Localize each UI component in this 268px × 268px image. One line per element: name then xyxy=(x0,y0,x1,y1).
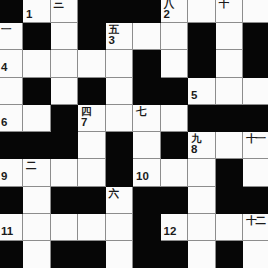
clue-stack: 一 xyxy=(1,24,11,35)
cell-r3c9[interactable] xyxy=(216,50,244,77)
clue-arabic-number: 5 xyxy=(191,90,197,101)
clue-arabic-number: 4 xyxy=(1,62,7,73)
clue-arabic-number: 9 xyxy=(1,171,7,182)
clue-stack: 4 xyxy=(1,51,7,73)
cell-r4c3[interactable] xyxy=(51,78,79,105)
clue-stack: 11 xyxy=(1,215,13,237)
clue-kanji-number: 三 xyxy=(54,0,64,9)
cell-r9c8[interactable] xyxy=(188,214,216,241)
clue-arabic-number: 11 xyxy=(1,226,13,237)
cell-r1c7[interactable]: 八2 xyxy=(161,0,189,23)
clue-stack: 5 xyxy=(191,79,197,101)
cell-r6c10[interactable]: 十一 xyxy=(243,132,268,159)
cell-r5c6[interactable]: 七 xyxy=(133,105,161,132)
cell-r7c8[interactable] xyxy=(188,159,216,186)
clue-stack: 三 xyxy=(54,0,64,9)
cell-r1c8[interactable] xyxy=(188,0,216,23)
cell-r9c3[interactable] xyxy=(51,214,79,241)
block-cell-r8c10 xyxy=(243,187,268,214)
block-cell-r6c2 xyxy=(23,132,51,159)
cell-r6c8[interactable]: 九8 xyxy=(188,132,216,159)
clue-arabic-number: 3 xyxy=(109,35,115,46)
crossword-grid: 1三八2十一五3456四7七九8十一9二10六1112十二 xyxy=(0,0,268,268)
clue-stack: 六 xyxy=(109,188,119,199)
cell-r6c4[interactable] xyxy=(78,132,106,159)
block-cell-r9c6 xyxy=(133,214,161,241)
block-cell-r10c9 xyxy=(216,241,244,268)
cell-r7c7[interactable] xyxy=(161,159,189,186)
block-cell-r2c2 xyxy=(23,23,51,50)
cell-r10c10[interactable] xyxy=(243,241,268,268)
cell-r4c10[interactable] xyxy=(243,78,268,105)
clue-arabic-number: 8 xyxy=(191,144,197,155)
clue-stack: 二 xyxy=(26,160,36,171)
cell-r7c3[interactable] xyxy=(51,159,79,186)
cell-r1c9[interactable]: 十 xyxy=(216,0,244,23)
cell-r3c4[interactable] xyxy=(78,50,106,77)
block-cell-r5c9 xyxy=(216,105,244,132)
cell-r9c1[interactable]: 11 xyxy=(0,214,23,241)
clue-stack: 九8 xyxy=(191,133,201,155)
cell-r7c1[interactable]: 9 xyxy=(0,159,23,186)
block-cell-r10c4 xyxy=(78,241,106,268)
block-cell-r1c5 xyxy=(106,0,134,23)
block-cell-r8c1 xyxy=(0,187,23,214)
clue-kanji-number: 一 xyxy=(1,24,11,35)
block-cell-r2c8 xyxy=(188,23,216,50)
clue-stack: 七 xyxy=(136,106,146,117)
block-cell-r5c10 xyxy=(243,105,268,132)
block-cell-r7c5 xyxy=(106,159,134,186)
block-cell-r2c10 xyxy=(243,23,268,50)
cell-r4c8[interactable]: 5 xyxy=(188,78,216,105)
block-cell-r1c6 xyxy=(133,0,161,23)
cell-r4c1[interactable] xyxy=(0,78,23,105)
block-cell-r10c6 xyxy=(133,241,161,268)
cell-r3c2[interactable] xyxy=(23,50,51,77)
cell-r5c5[interactable] xyxy=(106,105,134,132)
block-cell-r1c4 xyxy=(78,0,106,23)
clue-stack: 四7 xyxy=(81,106,91,128)
block-cell-r5c3 xyxy=(51,105,79,132)
cell-r8c8[interactable] xyxy=(188,187,216,214)
clue-kanji-number: 十一 xyxy=(246,133,265,144)
clue-arabic-number: 12 xyxy=(164,226,177,237)
cell-r10c8[interactable] xyxy=(188,241,216,268)
block-cell-r8c9 xyxy=(216,187,244,214)
block-cell-r4c4 xyxy=(78,78,106,105)
block-cell-r5c8 xyxy=(188,105,216,132)
clue-stack: 9 xyxy=(1,160,7,182)
cell-r2c3[interactable] xyxy=(51,23,79,50)
block-cell-r6c5 xyxy=(106,132,134,159)
cell-r3c1[interactable]: 4 xyxy=(0,50,23,77)
cell-r5c4[interactable]: 四7 xyxy=(78,105,106,132)
cell-r2c1[interactable]: 一 xyxy=(0,23,23,50)
clue-stack: 10 xyxy=(136,160,149,182)
cell-r7c6[interactable]: 10 xyxy=(133,159,161,186)
cell-r8c2[interactable] xyxy=(23,187,51,214)
clue-stack: 1 xyxy=(26,0,32,20)
block-cell-r10c1 xyxy=(0,241,23,268)
clue-kanji-number: 二 xyxy=(26,160,36,171)
block-cell-r8c3 xyxy=(51,187,79,214)
clue-stack: 12 xyxy=(164,215,177,237)
clue-stack: 6 xyxy=(1,106,7,128)
clue-arabic-number: 6 xyxy=(1,117,7,128)
cell-r5c2[interactable] xyxy=(23,105,51,132)
cell-r9c7[interactable]: 12 xyxy=(161,214,189,241)
cell-r9c2[interactable] xyxy=(23,214,51,241)
clue-arabic-number: 10 xyxy=(136,171,149,182)
cell-r5c7[interactable] xyxy=(161,105,189,132)
cell-r3c7[interactable] xyxy=(161,50,189,77)
cell-r2c5[interactable]: 五3 xyxy=(106,23,134,50)
cell-r3c5[interactable] xyxy=(106,50,134,77)
cell-r10c5[interactable] xyxy=(106,241,134,268)
block-cell-r8c6 xyxy=(133,187,161,214)
block-cell-r8c4 xyxy=(78,187,106,214)
block-cell-r3c6 xyxy=(133,50,161,77)
cell-r2c6[interactable] xyxy=(133,23,161,50)
block-cell-r3c8 xyxy=(188,50,216,77)
clue-stack: 五3 xyxy=(109,24,119,46)
cell-r6c9[interactable] xyxy=(216,132,244,159)
cell-r1c3[interactable]: 三 xyxy=(51,0,79,23)
block-cell-r7c9 xyxy=(216,159,244,186)
cell-r7c2[interactable]: 二 xyxy=(23,159,51,186)
cell-r7c4[interactable] xyxy=(78,159,106,186)
cell-r5c1[interactable]: 6 xyxy=(0,105,23,132)
block-cell-r10c7 xyxy=(161,241,189,268)
block-cell-r6c7 xyxy=(161,132,189,159)
cell-r8c5[interactable]: 六 xyxy=(106,187,134,214)
cell-r2c9[interactable] xyxy=(216,23,244,50)
clue-kanji-number: 七 xyxy=(136,106,146,117)
cell-r4c5[interactable] xyxy=(106,78,134,105)
block-cell-r4c2 xyxy=(23,78,51,105)
block-cell-r10c3 xyxy=(51,241,79,268)
block-cell-r6c3 xyxy=(51,132,79,159)
block-cell-r1c1 xyxy=(0,0,23,23)
block-cell-r2c4 xyxy=(78,23,106,50)
cell-r7c10[interactable] xyxy=(243,159,268,186)
block-cell-r8c7 xyxy=(161,187,189,214)
cell-r10c2[interactable] xyxy=(23,241,51,268)
cell-r9c5[interactable] xyxy=(106,214,134,241)
clue-arabic-number: 7 xyxy=(81,117,87,128)
cell-r4c9[interactable] xyxy=(216,78,244,105)
clue-stack: 十 xyxy=(219,0,229,9)
cell-r9c10[interactable]: 十二 xyxy=(243,214,268,241)
clue-spacer xyxy=(191,79,192,90)
block-cell-r4c7 xyxy=(161,78,189,105)
clue-arabic-number: 1 xyxy=(26,9,32,20)
block-cell-r4c6 xyxy=(133,78,161,105)
cell-r6c6[interactable] xyxy=(133,132,161,159)
clue-stack: 八2 xyxy=(164,0,174,20)
block-cell-r3c10 xyxy=(243,50,268,77)
clue-kanji-number: 十二 xyxy=(246,215,265,226)
cell-r1c2[interactable]: 1 xyxy=(23,0,51,23)
cell-r3c3[interactable] xyxy=(51,50,79,77)
clue-stack: 十一 xyxy=(246,133,265,144)
clue-kanji-number: 六 xyxy=(109,188,119,199)
clue-arabic-number: 2 xyxy=(164,9,170,20)
cell-r9c4[interactable] xyxy=(78,214,106,241)
cell-r2c7[interactable] xyxy=(161,23,189,50)
clue-kanji-number: 十 xyxy=(219,0,229,9)
cell-r1c10[interactable] xyxy=(243,0,268,23)
block-cell-r6c1 xyxy=(0,132,23,159)
cell-r9c9[interactable] xyxy=(216,214,244,241)
clue-stack: 十二 xyxy=(246,215,265,226)
